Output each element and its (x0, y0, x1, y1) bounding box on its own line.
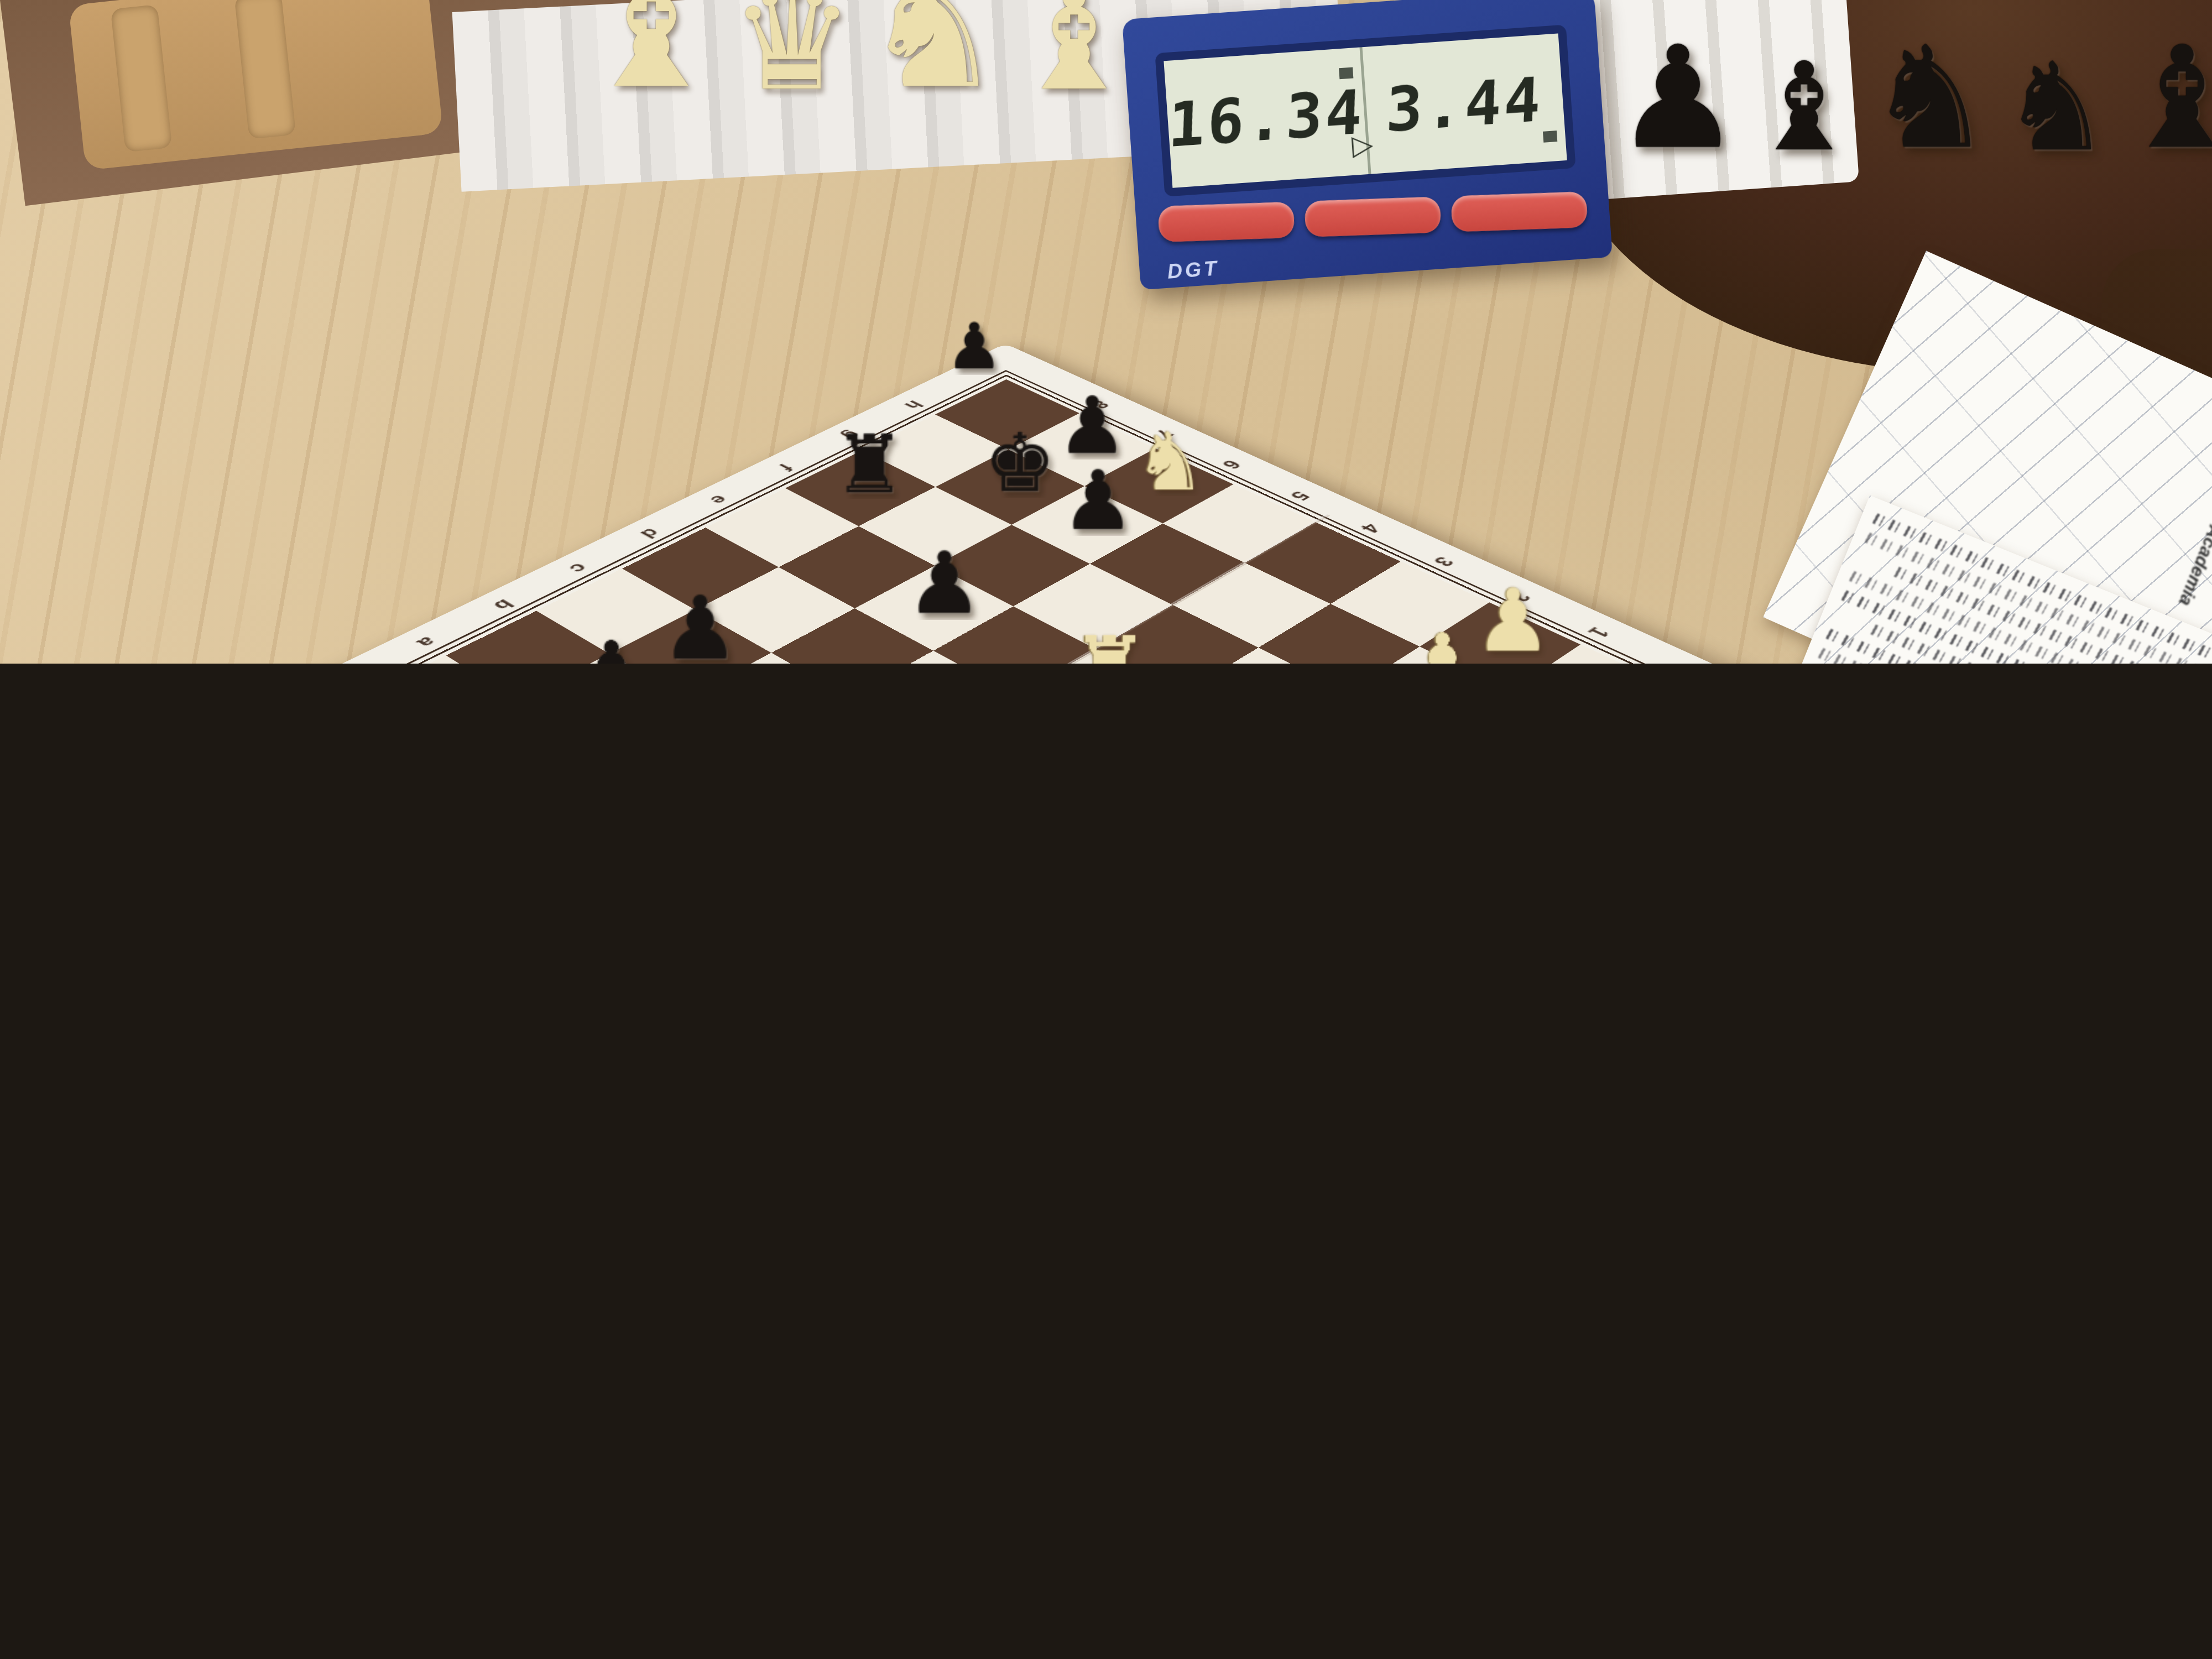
chair-bar (234, 0, 296, 139)
captured-black-bishop[interactable]: ♝ (1750, 47, 1859, 169)
piece-black-pawn-e6[interactable]: ♟ (906, 541, 983, 626)
clock-left-pane: 16.34 (1164, 47, 1369, 187)
chess-clock: 16.34 ▷ 3.44 DGT (1122, 0, 1613, 290)
clock-button-left[interactable] (1158, 202, 1295, 243)
left-time: 16.34 (1167, 75, 1366, 160)
captured-white-knight[interactable]: ♞ (863, 0, 1004, 111)
chair-bar (111, 4, 173, 152)
right-time: 3.44 (1385, 63, 1545, 145)
piece-white-rook-e4[interactable]: ♜ (1071, 625, 1150, 664)
captured-white-pieces-far: ♝♛♞♝ (581, 0, 1136, 111)
piece-black-pawn-g6[interactable]: ♟ (1061, 460, 1134, 542)
piece-black-pawn-c7[interactable]: ♟ (661, 585, 739, 664)
photo-scene: abcdefgh abcdefgh 87654321 87654321 ♜♟♟♚… (0, 0, 2212, 664)
captured-white-bishop[interactable]: ♝ (1012, 0, 1136, 111)
piece-black-king-g7[interactable]: ♚ (984, 423, 1056, 503)
captured-black-pawn[interactable]: ♟ (1615, 28, 1741, 169)
flag-icon (1543, 131, 1557, 143)
clock-button-middle[interactable] (1305, 196, 1441, 237)
captured-black-pawn-on-border[interactable]: ♟ (946, 316, 1003, 379)
scoresheet-printed-text: Academia (2174, 522, 2212, 608)
captured-white-bishop[interactable]: ♝ (581, 0, 722, 111)
captured-black-knight[interactable]: ♞ (2001, 47, 2110, 169)
square-e6[interactable]: ♟ (854, 566, 1013, 651)
captured-black-knight[interactable]: ♞ (1867, 28, 1994, 169)
captured-black-bishop[interactable]: ♝ (2119, 28, 2212, 169)
clock-right-pane: ▷ 3.44 (1363, 33, 1567, 174)
battery-icon (1339, 67, 1354, 79)
piece-white-pawn-g2[interactable]: ♟ (1402, 622, 1482, 664)
piece-black-pawn-b7[interactable]: ♟ (571, 630, 651, 664)
clock-display: 16.34 ▷ 3.44 (1155, 24, 1575, 196)
turn-indicator-icon: ▷ (1350, 127, 1374, 161)
clock-brand: DGT (1166, 255, 1220, 283)
clock-button-right[interactable] (1451, 191, 1588, 232)
captured-white-queen[interactable]: ♛ (731, 0, 854, 111)
captured-black-pieces-by-clock: ♟♝♞♞♝ (1615, 28, 2212, 169)
